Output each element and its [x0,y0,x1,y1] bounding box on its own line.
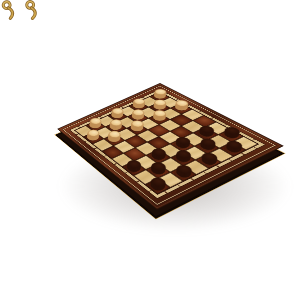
brass-clasp-icon [21,0,43,22]
brass-clasp-icon [0,0,19,21]
product-photo-stage [0,0,300,300]
